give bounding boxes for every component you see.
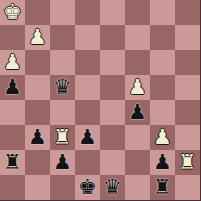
white-king[interactable]: ♚ xyxy=(3,0,22,25)
square-f6[interactable] xyxy=(125,50,150,75)
square-h7[interactable] xyxy=(175,25,200,50)
square-a8[interactable]: ♚ xyxy=(0,0,25,25)
square-b4[interactable] xyxy=(25,100,50,125)
square-g2[interactable]: ♟ xyxy=(150,150,175,175)
square-h6[interactable] xyxy=(175,50,200,75)
square-g7[interactable] xyxy=(150,25,175,50)
square-d7[interactable] xyxy=(75,25,100,50)
square-h2[interactable]: ♜ xyxy=(175,150,200,175)
chess-board: ♚♟♟♟♛♟♟♟♜♟♟♜♟♟♜♚♛♜ xyxy=(0,0,201,201)
square-e4[interactable] xyxy=(100,100,125,125)
square-c3[interactable]: ♜ xyxy=(50,125,75,150)
square-d2[interactable] xyxy=(75,150,100,175)
square-b8[interactable] xyxy=(25,0,50,25)
square-h1[interactable] xyxy=(175,175,200,200)
square-e8[interactable] xyxy=(100,0,125,25)
square-c8[interactable] xyxy=(50,0,75,25)
square-e1[interactable]: ♛ xyxy=(100,175,125,200)
square-g4[interactable] xyxy=(150,100,175,125)
square-g3[interactable]: ♟ xyxy=(150,125,175,150)
black-pawn[interactable]: ♟ xyxy=(128,100,147,125)
white-pawn[interactable]: ♟ xyxy=(28,25,47,50)
square-a4[interactable] xyxy=(0,100,25,125)
square-g8[interactable] xyxy=(150,0,175,25)
square-d6[interactable] xyxy=(75,50,100,75)
square-h8[interactable] xyxy=(175,0,200,25)
square-c7[interactable] xyxy=(50,25,75,50)
square-d3[interactable]: ♟ xyxy=(75,125,100,150)
square-f8[interactable] xyxy=(125,0,150,25)
square-b7[interactable]: ♟ xyxy=(25,25,50,50)
white-rook[interactable]: ♜ xyxy=(53,125,72,150)
black-pawn[interactable]: ♟ xyxy=(78,125,97,150)
square-e5[interactable] xyxy=(100,75,125,100)
square-c4[interactable] xyxy=(50,100,75,125)
square-c6[interactable] xyxy=(50,50,75,75)
square-d1[interactable]: ♚ xyxy=(75,175,100,200)
black-pawn[interactable]: ♟ xyxy=(53,150,72,175)
square-d8[interactable] xyxy=(75,0,100,25)
square-g6[interactable] xyxy=(150,50,175,75)
black-pawn[interactable]: ♟ xyxy=(28,125,47,150)
square-f5[interactable]: ♟ xyxy=(125,75,150,100)
square-a1[interactable] xyxy=(0,175,25,200)
square-b5[interactable] xyxy=(25,75,50,100)
square-h5[interactable] xyxy=(175,75,200,100)
square-f2[interactable] xyxy=(125,150,150,175)
square-c1[interactable] xyxy=(50,175,75,200)
square-d5[interactable] xyxy=(75,75,100,100)
square-e2[interactable] xyxy=(100,150,125,175)
black-rook[interactable]: ♜ xyxy=(3,150,22,175)
square-e7[interactable] xyxy=(100,25,125,50)
white-rook[interactable]: ♜ xyxy=(178,150,197,175)
white-pawn[interactable]: ♟ xyxy=(153,125,172,150)
square-b6[interactable] xyxy=(25,50,50,75)
square-c2[interactable]: ♟ xyxy=(50,150,75,175)
square-a3[interactable] xyxy=(0,125,25,150)
square-e6[interactable] xyxy=(100,50,125,75)
square-g1[interactable]: ♜ xyxy=(150,175,175,200)
square-a6[interactable]: ♟ xyxy=(0,50,25,75)
black-queen[interactable]: ♛ xyxy=(53,75,72,100)
square-a5[interactable]: ♟ xyxy=(0,75,25,100)
black-queen[interactable]: ♛ xyxy=(103,175,122,200)
square-f1[interactable] xyxy=(125,175,150,200)
black-rook[interactable]: ♜ xyxy=(153,175,172,200)
square-c5[interactable]: ♛ xyxy=(50,75,75,100)
square-e3[interactable] xyxy=(100,125,125,150)
black-pawn[interactable]: ♟ xyxy=(153,150,172,175)
square-f7[interactable] xyxy=(125,25,150,50)
square-d4[interactable] xyxy=(75,100,100,125)
black-pawn[interactable]: ♟ xyxy=(3,75,22,100)
square-b2[interactable] xyxy=(25,150,50,175)
white-pawn[interactable]: ♟ xyxy=(128,75,147,100)
white-pawn[interactable]: ♟ xyxy=(3,50,22,75)
square-b3[interactable]: ♟ xyxy=(25,125,50,150)
square-f3[interactable] xyxy=(125,125,150,150)
square-h4[interactable] xyxy=(175,100,200,125)
square-f4[interactable]: ♟ xyxy=(125,100,150,125)
square-a2[interactable]: ♜ xyxy=(0,150,25,175)
black-king[interactable]: ♚ xyxy=(78,175,97,200)
square-g5[interactable] xyxy=(150,75,175,100)
square-a7[interactable] xyxy=(0,25,25,50)
square-h3[interactable] xyxy=(175,125,200,150)
square-b1[interactable] xyxy=(25,175,50,200)
